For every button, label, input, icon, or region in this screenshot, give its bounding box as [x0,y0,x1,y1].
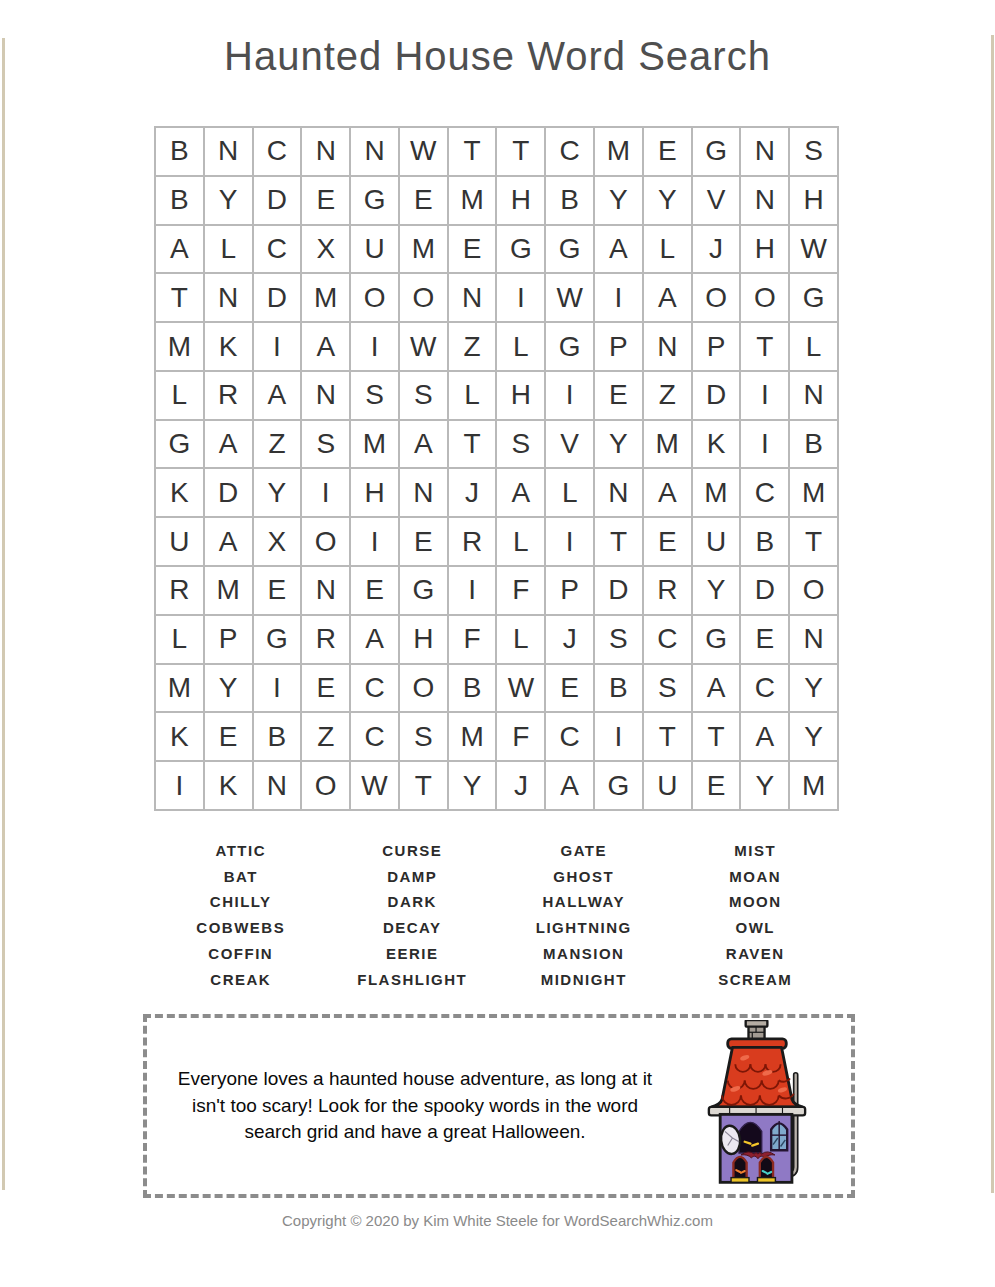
grid-cell-r1c6[interactable]: W [400,128,447,175]
grid-cell-r12c2[interactable]: Y [205,665,252,712]
grid-cell-r3c9[interactable]: G [546,226,593,273]
grid-cell-r14c2[interactable]: K [205,762,252,809]
copyright-text: Copyright © 2020 by Kim White Steele for… [0,1212,995,1229]
grid-cell-r8c12[interactable]: M [693,469,740,516]
grid-cell-r8c6[interactable]: N [400,469,447,516]
grid-cell-r9c5[interactable]: I [351,518,398,565]
grid-cell-r9c10[interactable]: T [595,518,642,565]
word-list-item[interactable]: MIST [670,838,842,864]
grid-cell-r11c4[interactable]: R [302,616,349,663]
grid-cell-r5c10[interactable]: P [595,323,642,370]
word-list-column-2: CURSEDAMPDARKDECAYEERIEFLASHLIGHT [327,838,499,992]
grid-cell-r2c10[interactable]: Y [595,177,642,224]
word-list-item[interactable]: GHOST [498,864,670,890]
grid-cell-r8c10[interactable]: N [595,469,642,516]
grid-cell-r12c10[interactable]: B [595,665,642,712]
grid-cell-r1c2[interactable]: N [205,128,252,175]
grid-cell-r14c4[interactable]: O [302,762,349,809]
grid-cell-r9c2[interactable]: A [205,518,252,565]
word-list-item[interactable]: HALLWAY [498,889,670,915]
grid-cell-r8c14[interactable]: M [790,469,837,516]
instructions-line: search grid and have a great Halloween. [150,1119,680,1146]
grid-cell-r14c11[interactable]: U [644,762,691,809]
grid-cell-r3c13[interactable]: H [741,226,788,273]
grid-cell-r5c13[interactable]: T [741,323,788,370]
grid-cell-r13c10[interactable]: I [595,713,642,760]
word-list-item[interactable]: DAMP [327,864,499,890]
right-door-window [757,1157,775,1182]
grid-cell-r1c10[interactable]: M [595,128,642,175]
grid-cell-r6c4[interactable]: N [302,372,349,419]
grid-cell-r10c12[interactable]: Y [693,567,740,614]
grid-cell-r3c7[interactable]: E [449,226,496,273]
grid-cell-r6c5[interactable]: S [351,372,398,419]
grid-cell-r14c7[interactable]: Y [449,762,496,809]
grid-cell-r4c5[interactable]: O [351,274,398,321]
blue-window [771,1121,787,1150]
grid-cell-r2c2[interactable]: Y [205,177,252,224]
word-list-item[interactable]: COBWEBS [155,915,327,941]
grid-cell-r2c7[interactable]: M [449,177,496,224]
grid-cell-r6c12[interactable]: D [693,372,740,419]
grid-cell-r12c13[interactable]: C [741,665,788,712]
word-list-item[interactable]: OWL [670,915,842,941]
grid-cell-r9c3[interactable]: X [254,518,301,565]
grid-cell-r7c2[interactable]: A [205,421,252,468]
grid-cell-r5c2[interactable]: K [205,323,252,370]
grid-cell-r8c9[interactable]: L [546,469,593,516]
grid-cell-r5c6[interactable]: W [400,323,447,370]
grid-cell-r11c10[interactable]: S [595,616,642,663]
instructions-line: Everyone loves a haunted house adventure… [150,1066,680,1093]
grid-cell-r12c12[interactable]: A [693,665,740,712]
grid-cell-r12c4[interactable]: E [302,665,349,712]
grid-cell-r1c13[interactable]: N [741,128,788,175]
grid-cell-r2c4[interactable]: E [302,177,349,224]
grid-cell-r4c4[interactable]: M [302,274,349,321]
grid-cell-r4c6[interactable]: O [400,274,447,321]
grid-cell-r14c12[interactable]: E [693,762,740,809]
grid-cell-r14c13[interactable]: Y [741,762,788,809]
grid-cell-r12c3[interactable]: I [254,665,301,712]
grid-cell-r9c12[interactable]: U [693,518,740,565]
grid-cell-r9c14[interactable]: T [790,518,837,565]
word-list-item[interactable]: MIDNIGHT [498,967,670,993]
grid-cell-r4c8[interactable]: I [497,274,544,321]
page-title: Haunted House Word Search [0,34,995,79]
grid-cell-r13c12[interactable]: T [693,713,740,760]
grid-cell-r4c10[interactable]: I [595,274,642,321]
grid-cell-r11c11[interactable]: C [644,616,691,663]
grid-cell-r13c3[interactable]: B [254,713,301,760]
grid-cell-r13c14[interactable]: Y [790,713,837,760]
grid-cell-r3c6[interactable]: M [400,226,447,273]
grid-cell-r3c8[interactable]: G [497,226,544,273]
grid-cell-r14c10[interactable]: G [595,762,642,809]
grid-cell-r9c9[interactable]: I [546,518,593,565]
grid-cell-r14c3[interactable]: N [254,762,301,809]
grid-cell-r2c12[interactable]: V [693,177,740,224]
grid-cell-r9c13[interactable]: B [741,518,788,565]
grid-cell-r14c1[interactable]: I [156,762,203,809]
grid-cell-r4c3[interactable]: D [254,274,301,321]
grid-cell-r5c8[interactable]: L [497,323,544,370]
roof [709,1039,805,1115]
grid-cell-r1c11[interactable]: E [644,128,691,175]
grid-cell-r6c9[interactable]: I [546,372,593,419]
grid-cell-r2c6[interactable]: E [400,177,447,224]
word-list-item[interactable]: GATE [498,838,670,864]
grid-cell-r4c12[interactable]: O [693,274,740,321]
grid-cell-r11c2[interactable]: P [205,616,252,663]
dark-arch-window [739,1122,762,1153]
grid-cell-r14c14[interactable]: M [790,762,837,809]
grid-cell-r1c9[interactable]: C [546,128,593,175]
grid-cell-r8c1[interactable]: K [156,469,203,516]
grid-cell-r2c9[interactable]: B [546,177,593,224]
grid-cell-r6c2[interactable]: R [205,372,252,419]
grid-cell-r10c11[interactable]: R [644,567,691,614]
grid-cell-r11c9[interactable]: J [546,616,593,663]
grid-cell-r1c7[interactable]: T [449,128,496,175]
worksheet-page: Haunted House Word Search BNCNNWTTCMEGNS… [0,0,995,1287]
word-list-item[interactable]: CURSE [327,838,499,864]
grid-cell-r9c8[interactable]: L [497,518,544,565]
grid-cell-r4c1[interactable]: T [156,274,203,321]
page-edge-right [991,35,994,1193]
grid-cell-r3c3[interactable]: C [254,226,301,273]
grid-cell-r1c8[interactable]: T [497,128,544,175]
grid-cell-r6c6[interactable]: S [400,372,447,419]
grid-cell-r12c5[interactable]: C [351,665,398,712]
grid-cell-r6c7[interactable]: L [449,372,496,419]
grid-cell-r7c9[interactable]: V [546,421,593,468]
grid-cell-r10c2[interactable]: M [205,567,252,614]
grid-cell-r10c8[interactable]: F [497,567,544,614]
grid-cell-r4c2[interactable]: N [205,274,252,321]
grid-cell-r6c11[interactable]: Z [644,372,691,419]
grid-cell-r6c13[interactable]: I [741,372,788,419]
word-list-item[interactable]: MOAN [670,864,842,890]
grid-cell-r10c9[interactable]: P [546,567,593,614]
instructions-line: isn't too scary! Look for the spooky wor… [150,1093,680,1120]
grid-cell-r3c2[interactable]: L [205,226,252,273]
grid-cell-r1c5[interactable]: N [351,128,398,175]
grid-cell-r1c4[interactable]: N [302,128,349,175]
grid-cell-r8c13[interactable]: C [741,469,788,516]
grid-cell-r8c3[interactable]: Y [254,469,301,516]
word-list-item[interactable]: DARK [327,889,499,915]
grid-cell-r10c3[interactable]: E [254,567,301,614]
word-list-item[interactable]: EERIE [327,941,499,967]
word-list-item[interactable]: MOON [670,889,842,915]
grid-cell-r4c13[interactable]: O [741,274,788,321]
word-list-item[interactable]: SCREAM [670,967,842,993]
grid-cell-r8c5[interactable]: H [351,469,398,516]
grid-cell-r8c11[interactable]: A [644,469,691,516]
grid-cell-r2c11[interactable]: Y [644,177,691,224]
grid-cell-r1c12[interactable]: G [693,128,740,175]
haunted-house-illustration [697,1020,817,1188]
grid-cell-r7c10[interactable]: Y [595,421,642,468]
grid-cell-r7c3[interactable]: Z [254,421,301,468]
grid-cell-r2c3[interactable]: D [254,177,301,224]
grid-cell-r3c10[interactable]: A [595,226,642,273]
word-list-item[interactable]: RAVEN [670,941,842,967]
grid-cell-r14c9[interactable]: A [546,762,593,809]
word-list-item[interactable]: CREAK [155,967,327,993]
word-list-item[interactable]: LIGHTNING [498,915,670,941]
grid-cell-r7c8[interactable]: S [497,421,544,468]
grid-cell-r10c7[interactable]: I [449,567,496,614]
grid-cell-r4c11[interactable]: A [644,274,691,321]
grid-cell-r8c8[interactable]: A [497,469,544,516]
grid-cell-r5c4[interactable]: A [302,323,349,370]
grid-cell-r11c8[interactable]: L [497,616,544,663]
grid-cell-r13c11[interactable]: T [644,713,691,760]
grid-cell-r13c9[interactable]: C [546,713,593,760]
grid-cell-r1c3[interactable]: C [254,128,301,175]
grid-cell-r2c8[interactable]: H [497,177,544,224]
word-list-item[interactable]: ATTIC [155,838,327,864]
grid-cell-r13c2[interactable]: E [205,713,252,760]
grid-cell-r5c12[interactable]: P [693,323,740,370]
grid-cell-r6c8[interactable]: H [497,372,544,419]
grid-cell-r10c1[interactable]: R [156,567,203,614]
left-door-window [731,1157,749,1182]
grid-cell-r14c8[interactable]: J [497,762,544,809]
grid-cell-r13c6[interactable]: S [400,713,447,760]
grid-cell-r10c5[interactable]: E [351,567,398,614]
word-search-grid: BNCNNWTTCMEGNSBYDEGEMHBYYVNHALCXUMEGGALJ… [154,126,839,811]
page-edge-left [2,38,5,1190]
grid-cell-r9c4[interactable]: O [302,518,349,565]
grid-cell-r11c7[interactable]: F [449,616,496,663]
grid-cell-r2c13[interactable]: N [741,177,788,224]
grid-cell-r7c7[interactable]: T [449,421,496,468]
grid-cell-r11c6[interactable]: H [400,616,447,663]
grid-cell-r10c10[interactable]: D [595,567,642,614]
grid-cell-r6c3[interactable]: A [254,372,301,419]
grid-cell-r5c11[interactable]: N [644,323,691,370]
word-list-item[interactable]: COFFIN [155,941,327,967]
grid-cell-r4c14[interactable]: G [790,274,837,321]
grid-cell-r1c1[interactable]: B [156,128,203,175]
grid-cell-r12c8[interactable]: W [497,665,544,712]
grid-cell-r13c7[interactable]: M [449,713,496,760]
word-list-item[interactable]: CHILLY [155,889,327,915]
grid-cell-r13c13[interactable]: A [741,713,788,760]
grid-cell-r13c4[interactable]: Z [302,713,349,760]
grid-cell-r11c12[interactable]: G [693,616,740,663]
word-list: ATTICBATCHILLYCOBWEBSCOFFINCREAKCURSEDAM… [155,838,841,992]
grid-cell-r5c5[interactable]: I [351,323,398,370]
instructions-text: Everyone loves a haunted house adventure… [150,1066,680,1146]
grid-cell-r13c1[interactable]: K [156,713,203,760]
grid-cell-r7c13[interactable]: I [741,421,788,468]
grid-cell-r5c9[interactable]: G [546,323,593,370]
grid-cell-r5c7[interactable]: Z [449,323,496,370]
grid-cell-r10c4[interactable]: N [302,567,349,614]
grid-cell-r6c10[interactable]: E [595,372,642,419]
grid-cell-r12c14[interactable]: Y [790,665,837,712]
grid-cell-r2c1[interactable]: B [156,177,203,224]
grid-cell-r7c11[interactable]: M [644,421,691,468]
word-list-item[interactable]: DECAY [327,915,499,941]
word-list-column-1: ATTICBATCHILLYCOBWEBSCOFFINCREAK [155,838,327,992]
grid-cell-r8c7[interactable]: J [449,469,496,516]
grid-cell-r11c14[interactable]: N [790,616,837,663]
grid-cell-r2c5[interactable]: G [351,177,398,224]
grid-cell-r3c1[interactable]: A [156,226,203,273]
grid-cell-r7c4[interactable]: S [302,421,349,468]
grid-cell-r12c1[interactable]: M [156,665,203,712]
grid-cell-r7c14[interactable]: B [790,421,837,468]
grid-cell-r4c7[interactable]: N [449,274,496,321]
grid-cell-r9c7[interactable]: R [449,518,496,565]
grid-cell-r13c8[interactable]: F [497,713,544,760]
grid-cell-r3c5[interactable]: U [351,226,398,273]
grid-cell-r8c4[interactable]: I [302,469,349,516]
grid-cell-r12c9[interactable]: E [546,665,593,712]
word-list-column-4: MISTMOANMOONOWLRAVENSCREAM [670,838,842,992]
grid-cell-r6c14[interactable]: N [790,372,837,419]
grid-cell-r3c4[interactable]: X [302,226,349,273]
grid-cell-r3c14[interactable]: W [790,226,837,273]
word-list-column-3: GATEGHOSTHALLWAYLIGHTNINGMANSIONMIDNIGHT [498,838,670,992]
grid-cell-r3c11[interactable]: L [644,226,691,273]
grid-cell-r4c9[interactable]: W [546,274,593,321]
word-list-item[interactable]: BAT [155,864,327,890]
grid-cell-r3c12[interactable]: J [693,226,740,273]
grid-cell-r7c12[interactable]: K [693,421,740,468]
grid-cell-r11c3[interactable]: G [254,616,301,663]
grid-cell-r12c7[interactable]: B [449,665,496,712]
grid-cell-r2c14[interactable]: H [790,177,837,224]
grid-cell-r12c11[interactable]: S [644,665,691,712]
grid-cell-r11c1[interactable]: L [156,616,203,663]
grid-cell-r11c5[interactable]: A [351,616,398,663]
grid-cell-r7c6[interactable]: A [400,421,447,468]
grid-cell-r9c11[interactable]: E [644,518,691,565]
grid-cell-r10c14[interactable]: O [790,567,837,614]
grid-cell-r5c3[interactable]: I [254,323,301,370]
grid-cell-r9c6[interactable]: E [400,518,447,565]
grid-cell-r5c1[interactable]: M [156,323,203,370]
grid-cell-r7c5[interactable]: M [351,421,398,468]
grid-cell-r10c6[interactable]: G [400,567,447,614]
grid-cell-r12c6[interactable]: O [400,665,447,712]
grid-cell-r8c2[interactable]: D [205,469,252,516]
grid-cell-r11c13[interactable]: E [741,616,788,663]
grid-cell-r1c14[interactable]: S [790,128,837,175]
word-list-item[interactable]: MANSION [498,941,670,967]
grid-cell-r14c5[interactable]: W [351,762,398,809]
grid-cell-r13c5[interactable]: C [351,713,398,760]
grid-cell-r5c14[interactable]: L [790,323,837,370]
grid-cell-r10c13[interactable]: D [741,567,788,614]
grid-cell-r7c1[interactable]: G [156,421,203,468]
grid-cell-r14c6[interactable]: T [400,762,447,809]
grid-cell-r9c1[interactable]: U [156,518,203,565]
grid-cell-r6c1[interactable]: L [156,372,203,419]
word-list-item[interactable]: FLASHLIGHT [327,967,499,993]
